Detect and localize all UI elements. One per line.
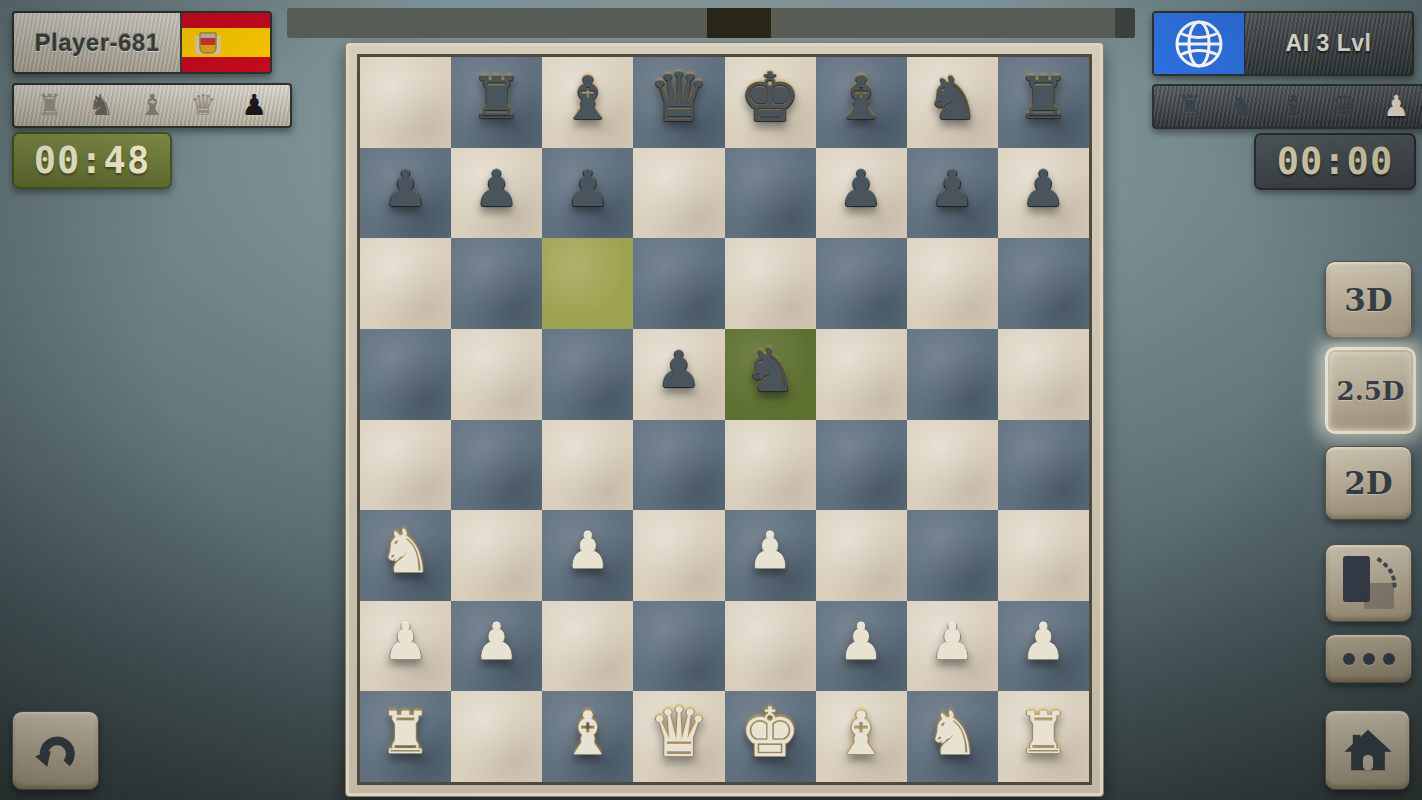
home-button[interactable] [1325,710,1410,790]
piece-black-pawn: ♟ [565,164,610,214]
square-h6[interactable] [998,238,1089,329]
square-b3[interactable] [451,510,542,601]
game-screen: ♜♝♛♚♝♞♜♟♟♟♟♟♟♟♞♞♟♟♟♟♟♟♟♜♝♛♚♝♞♜ Player-68… [0,0,1422,800]
captured-queen-icon: ♛ [1332,92,1358,121]
piece-black-bishop: ♝ [834,68,888,128]
square-c5[interactable] [542,329,633,420]
piece-black-queen: ♛ [648,64,709,132]
flag-band-yellow [182,28,270,58]
square-f4[interactable] [816,420,907,511]
square-g7[interactable]: ♟ [907,148,998,239]
square-b5[interactable] [451,329,542,420]
flip-board-button[interactable] [1325,544,1412,622]
home-icon [1341,723,1395,777]
square-e6[interactable] [725,238,816,329]
view-3d-button[interactable]: 3D [1325,261,1412,338]
white-clock: 00:48 [12,132,172,189]
square-b1[interactable] [451,691,542,782]
square-d7[interactable] [633,148,724,239]
square-f7[interactable]: ♟ [816,148,907,239]
piece-white-knight: ♞ [379,521,433,581]
square-g4[interactable] [907,420,998,511]
captured-knight-icon: ♞ [88,91,114,120]
square-e5[interactable]: ♞ [725,329,816,420]
square-f8[interactable]: ♝ [816,57,907,148]
captured-rook-icon: ♜ [37,91,63,120]
square-c8[interactable]: ♝ [542,57,633,148]
piece-white-queen: ♛ [648,699,709,767]
chess-board: ♜♝♛♚♝♞♜♟♟♟♟♟♟♟♞♞♟♟♟♟♟♟♟♜♝♛♚♝♞♜ [345,42,1104,797]
square-c7[interactable]: ♟ [542,148,633,239]
flip-board-icon [1326,545,1411,621]
ellipsis-icon [1383,653,1395,665]
square-e4[interactable] [725,420,816,511]
black-player-name: AI 3 Lvl [1245,13,1412,74]
captured-bishop-icon: ♝ [139,91,165,120]
piece-white-pawn: ♟ [565,526,610,576]
square-h2[interactable]: ♟ [998,601,1089,692]
top-progress-bar [287,8,1135,38]
piece-black-pawn: ♟ [657,345,702,395]
square-d2[interactable] [633,601,724,692]
square-g6[interactable] [907,238,998,329]
white-capture-tray: ♜♞♝♛♟ [12,83,292,128]
square-a2[interactable]: ♟ [360,601,451,692]
square-e1[interactable]: ♚ [725,691,816,782]
flag-band-red [182,57,270,72]
globe-icon [1154,13,1245,74]
flag-band-red [182,13,270,28]
square-a6[interactable] [360,238,451,329]
piece-black-pawn: ♟ [474,164,519,214]
square-h3[interactable] [998,510,1089,601]
piece-white-pawn: ♟ [839,617,884,667]
captured-bishop-icon: ♝ [1280,92,1306,121]
square-e3[interactable]: ♟ [725,510,816,601]
piece-white-rook: ♜ [380,704,432,762]
piece-black-knight: ♞ [743,340,797,400]
piece-black-pawn: ♟ [839,164,884,214]
piece-black-king: ♚ [740,64,801,132]
square-b7[interactable]: ♟ [451,148,542,239]
square-d3[interactable] [633,510,724,601]
square-c6[interactable] [542,238,633,329]
captured-rook-icon: ♜ [1177,92,1203,121]
square-f5[interactable] [816,329,907,420]
square-e8[interactable]: ♚ [725,57,816,148]
piece-white-pawn: ♟ [1021,617,1066,667]
captured-pawn-icon: ♟ [1383,92,1409,121]
square-h8[interactable]: ♜ [998,57,1089,148]
piece-black-rook: ♜ [471,69,523,127]
square-b4[interactable] [451,420,542,511]
square-a5[interactable] [360,329,451,420]
square-d5[interactable]: ♟ [633,329,724,420]
square-g8[interactable]: ♞ [907,57,998,148]
captured-pawn-icon: ♟ [241,91,267,120]
piece-black-pawn: ♟ [930,164,975,214]
square-b8[interactable]: ♜ [451,57,542,148]
view-2d-button[interactable]: 2D [1325,446,1412,520]
flag-coat-of-arms [200,32,217,53]
captured-knight-icon: ♞ [1228,92,1254,121]
square-e2[interactable] [725,601,816,692]
black-player-plate: AI 3 Lvl [1152,11,1414,76]
square-c4[interactable] [542,420,633,511]
square-h7[interactable]: ♟ [998,148,1089,239]
square-b2[interactable]: ♟ [451,601,542,692]
more-options-button[interactable] [1325,634,1412,683]
square-f2[interactable]: ♟ [816,601,907,692]
square-a7[interactable]: ♟ [360,148,451,239]
square-g3[interactable] [907,510,998,601]
square-f6[interactable] [816,238,907,329]
captured-queen-icon: ♛ [190,91,216,120]
square-g2[interactable]: ♟ [907,601,998,692]
square-g1[interactable]: ♞ [907,691,998,782]
progress-end-cap [1115,8,1135,38]
black-capture-tray: ♜♞♝♛♟ [1152,84,1422,129]
square-a3[interactable]: ♞ [360,510,451,601]
square-f3[interactable] [816,510,907,601]
undo-button[interactable] [12,711,99,790]
square-h5[interactable] [998,329,1089,420]
black-clock: 00:00 [1254,133,1416,190]
square-h1[interactable]: ♜ [998,691,1089,782]
piece-black-rook: ♜ [1017,69,1069,127]
piece-black-pawn: ♟ [1021,164,1066,214]
square-c1[interactable]: ♝ [542,691,633,782]
piece-white-rook: ♜ [1017,704,1069,762]
square-f1[interactable]: ♝ [816,691,907,782]
board-grid: ♜♝♛♚♝♞♜♟♟♟♟♟♟♟♞♞♟♟♟♟♟♟♟♜♝♛♚♝♞♜ [357,54,1092,785]
square-b6[interactable] [451,238,542,329]
square-e7[interactable] [725,148,816,239]
square-a8[interactable] [360,57,451,148]
piece-black-bishop: ♝ [561,68,615,128]
ellipsis-icon [1363,653,1375,665]
piece-white-pawn: ♟ [383,617,428,667]
white-player-plate: Player-681 [12,11,272,74]
piece-white-bishop: ♝ [834,703,888,763]
square-a4[interactable] [360,420,451,511]
white-player-name: Player-681 [14,29,180,57]
view-2-5d-button[interactable]: 2.5D [1325,347,1416,434]
piece-white-king: ♚ [740,699,801,767]
piece-white-pawn: ♟ [930,617,975,667]
square-d8[interactable]: ♛ [633,57,724,148]
square-c2[interactable] [542,601,633,692]
square-d4[interactable] [633,420,724,511]
piece-black-pawn: ♟ [383,164,428,214]
square-h4[interactable] [998,420,1089,511]
square-g5[interactable] [907,329,998,420]
piece-white-pawn: ♟ [474,617,519,667]
square-d6[interactable] [633,238,724,329]
spain-flag-icon [180,13,270,72]
piece-black-knight: ♞ [925,68,979,128]
square-c3[interactable]: ♟ [542,510,633,601]
progress-notch [707,8,771,38]
ellipsis-icon [1343,653,1355,665]
piece-white-pawn: ♟ [748,526,793,576]
piece-white-knight: ♞ [925,703,979,763]
piece-white-bishop: ♝ [561,703,615,763]
square-d1[interactable]: ♛ [633,691,724,782]
undo-arrow-icon [28,723,84,779]
square-a1[interactable]: ♜ [360,691,451,782]
